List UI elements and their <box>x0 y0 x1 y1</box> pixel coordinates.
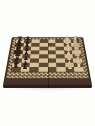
board-square <box>48 67 57 72</box>
board-square <box>38 67 47 72</box>
board-front-face <box>3 85 92 88</box>
board-square <box>29 67 38 72</box>
front-hinge-seam <box>48 85 49 88</box>
board-square <box>20 67 29 72</box>
chess-board <box>3 37 92 85</box>
board-square <box>56 67 65 72</box>
board-square <box>74 67 84 72</box>
chess-set-photo: ♜♟♟♜♞♟♟♞♝♟♟♝♛♟♟♛♚♟♟♚♝♟♟♝♞♟♟♞♜♟♟♜ <box>0 0 95 126</box>
